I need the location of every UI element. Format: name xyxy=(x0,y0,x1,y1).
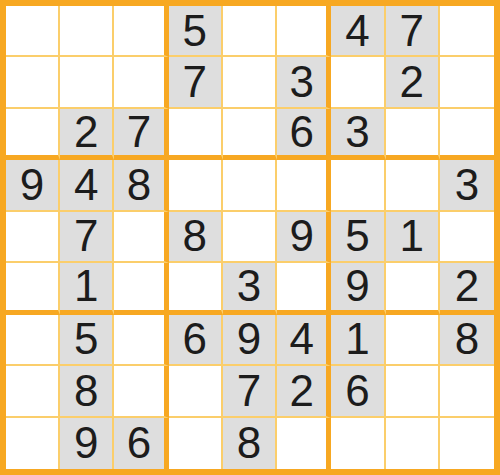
cell-r1c1-empty[interactable] xyxy=(6,6,60,57)
cell-r6c8-empty[interactable] xyxy=(386,263,440,314)
cell-r3c9-empty[interactable] xyxy=(440,109,494,160)
cell-r4c6-empty[interactable] xyxy=(277,160,331,211)
cell-r9c9-empty[interactable] xyxy=(440,418,494,469)
cell-r6c7-given-9[interactable]: 9 xyxy=(331,263,385,314)
cell-r7c2-given-5[interactable]: 5 xyxy=(60,315,114,366)
cell-r9c6-empty[interactable] xyxy=(277,418,331,469)
cell-r1c5-empty[interactable] xyxy=(223,6,277,57)
cell-r4c3-given-8[interactable]: 8 xyxy=(114,160,168,211)
cell-r8c6-given-2[interactable]: 2 xyxy=(277,366,331,417)
cell-r2c6-given-3[interactable]: 3 xyxy=(277,57,331,108)
cell-r5c8-given-1[interactable]: 1 xyxy=(386,212,440,263)
cell-r5c6-given-9[interactable]: 9 xyxy=(277,212,331,263)
cell-r3c4-empty[interactable] xyxy=(169,109,223,160)
cell-r4c1-given-9[interactable]: 9 xyxy=(6,160,60,211)
cell-r3c7-given-3[interactable]: 3 xyxy=(331,109,385,160)
cell-r3c2-given-2[interactable]: 2 xyxy=(60,109,114,160)
cell-r8c2-given-8[interactable]: 8 xyxy=(60,366,114,417)
cell-r9c5-given-8[interactable]: 8 xyxy=(223,418,277,469)
cell-r3c8-empty[interactable] xyxy=(386,109,440,160)
cell-r8c7-given-6[interactable]: 6 xyxy=(331,366,385,417)
cell-r1c6-empty[interactable] xyxy=(277,6,331,57)
cell-r3c6-given-6[interactable]: 6 xyxy=(277,109,331,160)
sudoku-board: 547732276394837895113925694188726968 xyxy=(0,0,500,475)
cell-r2c4-given-7[interactable]: 7 xyxy=(169,57,223,108)
cell-r7c4-given-6[interactable]: 6 xyxy=(169,315,223,366)
cell-r2c2-empty[interactable] xyxy=(60,57,114,108)
cell-r7c8-empty[interactable] xyxy=(386,315,440,366)
cell-r1c8-given-7[interactable]: 7 xyxy=(386,6,440,57)
cell-r4c4-empty[interactable] xyxy=(169,160,223,211)
cell-r5c5-empty[interactable] xyxy=(223,212,277,263)
cell-r9c3-given-6[interactable]: 6 xyxy=(114,418,168,469)
cell-r6c3-empty[interactable] xyxy=(114,263,168,314)
cell-r8c3-empty[interactable] xyxy=(114,366,168,417)
cell-r6c2-given-1[interactable]: 1 xyxy=(60,263,114,314)
cell-r9c8-empty[interactable] xyxy=(386,418,440,469)
cell-r1c2-empty[interactable] xyxy=(60,6,114,57)
cell-r1c3-empty[interactable] xyxy=(114,6,168,57)
cell-r6c6-empty[interactable] xyxy=(277,263,331,314)
cell-r6c4-empty[interactable] xyxy=(169,263,223,314)
cell-r4c2-given-4[interactable]: 4 xyxy=(60,160,114,211)
cell-r7c7-given-1[interactable]: 1 xyxy=(331,315,385,366)
cell-r4c5-empty[interactable] xyxy=(223,160,277,211)
cell-r3c1-empty[interactable] xyxy=(6,109,60,160)
cell-r5c9-empty[interactable] xyxy=(440,212,494,263)
cell-r5c2-given-7[interactable]: 7 xyxy=(60,212,114,263)
cell-r5c3-empty[interactable] xyxy=(114,212,168,263)
cell-r7c1-empty[interactable] xyxy=(6,315,60,366)
cell-r2c8-given-2[interactable]: 2 xyxy=(386,57,440,108)
cell-r8c8-empty[interactable] xyxy=(386,366,440,417)
cell-r1c7-given-4[interactable]: 4 xyxy=(331,6,385,57)
cell-r6c5-given-3[interactable]: 3 xyxy=(223,263,277,314)
cell-r8c9-empty[interactable] xyxy=(440,366,494,417)
cell-r2c5-empty[interactable] xyxy=(223,57,277,108)
cell-r4c7-empty[interactable] xyxy=(331,160,385,211)
cell-r7c6-given-4[interactable]: 4 xyxy=(277,315,331,366)
cell-r1c4-given-5[interactable]: 5 xyxy=(169,6,223,57)
cell-r4c9-given-3[interactable]: 3 xyxy=(440,160,494,211)
cell-r5c7-given-5[interactable]: 5 xyxy=(331,212,385,263)
cell-r6c1-empty[interactable] xyxy=(6,263,60,314)
cell-r9c4-empty[interactable] xyxy=(169,418,223,469)
cell-r9c1-empty[interactable] xyxy=(6,418,60,469)
cell-r8c1-empty[interactable] xyxy=(6,366,60,417)
cell-r8c4-empty[interactable] xyxy=(169,366,223,417)
cell-r6c9-given-2[interactable]: 2 xyxy=(440,263,494,314)
cell-r7c9-given-8[interactable]: 8 xyxy=(440,315,494,366)
cell-r7c5-given-9[interactable]: 9 xyxy=(223,315,277,366)
cell-r2c3-empty[interactable] xyxy=(114,57,168,108)
cell-r3c5-empty[interactable] xyxy=(223,109,277,160)
cell-r2c9-empty[interactable] xyxy=(440,57,494,108)
cell-r2c1-empty[interactable] xyxy=(6,57,60,108)
cell-r1c9-empty[interactable] xyxy=(440,6,494,57)
cell-r7c3-empty[interactable] xyxy=(114,315,168,366)
cell-r2c7-empty[interactable] xyxy=(331,57,385,108)
cell-r5c4-given-8[interactable]: 8 xyxy=(169,212,223,263)
cell-r5c1-empty[interactable] xyxy=(6,212,60,263)
cell-r4c8-empty[interactable] xyxy=(386,160,440,211)
cell-r3c3-given-7[interactable]: 7 xyxy=(114,109,168,160)
cell-r9c2-given-9[interactable]: 9 xyxy=(60,418,114,469)
cell-r9c7-empty[interactable] xyxy=(331,418,385,469)
cell-r8c5-given-7[interactable]: 7 xyxy=(223,366,277,417)
